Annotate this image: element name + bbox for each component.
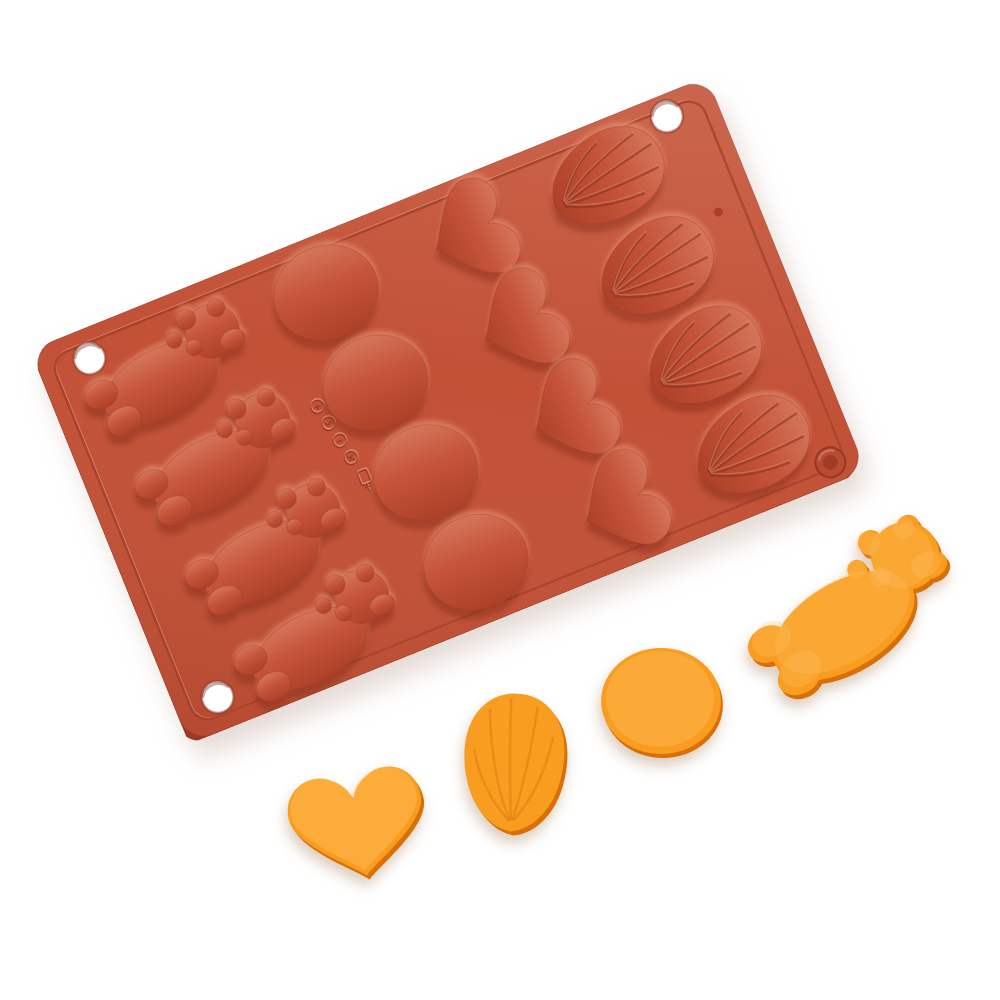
piece-shell — [428, 660, 598, 860]
piece-round — [586, 631, 736, 771]
heart-sheen — [285, 762, 428, 882]
round-sheen — [606, 651, 714, 747]
scene — [0, 0, 1000, 1000]
piece-bear — [718, 492, 998, 707]
